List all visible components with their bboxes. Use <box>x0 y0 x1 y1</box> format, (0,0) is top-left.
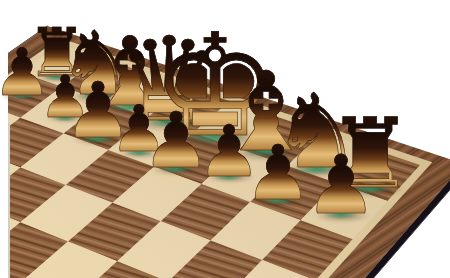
left-crop-mask <box>0 0 8 278</box>
chess-board <box>0 0 450 278</box>
board-sheen-overlay <box>0 26 450 278</box>
chess-product-photo: ♜♞♟♝♟♛♚♟♝♟♞♟♟♜♟♟ <box>0 0 450 278</box>
